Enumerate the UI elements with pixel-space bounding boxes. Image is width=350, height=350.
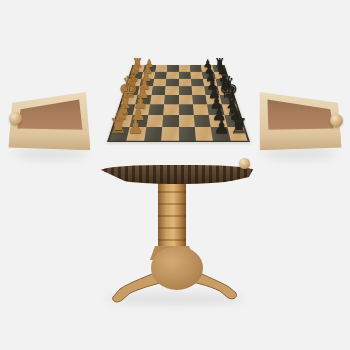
tabletop: [62, 44, 292, 188]
base-hub: [151, 246, 203, 290]
drawer-shadow-right: [262, 148, 336, 160]
drawer-knob-left: [9, 112, 22, 125]
drawer-shadow-left: [14, 148, 88, 160]
chess-table-photo: ♜♞♝♛♚♝♞♜♟♟♟♟♟♟♟♟♟♟♟♟♟♟♟♟♜♞♝♛♚♝♞♜: [0, 0, 350, 350]
drawer-knob-right: [330, 114, 343, 127]
front-peg: [239, 158, 250, 169]
pedestal-base: [95, 180, 255, 310]
